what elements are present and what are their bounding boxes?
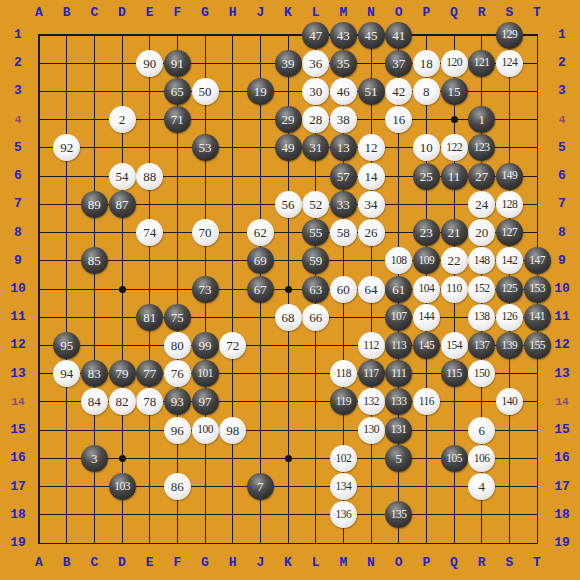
stone-M8-move-58: 58 [330, 219, 357, 246]
stone-G5-move-53: 53 [192, 134, 219, 161]
stone-N12-move-112: 112 [358, 332, 385, 359]
stone-N10-move-64: 64 [358, 276, 385, 303]
stone-P3-move-8: 8 [413, 78, 440, 105]
stone-O2-move-37: 37 [385, 50, 412, 77]
stone-Q5-move-122: 122 [441, 134, 468, 161]
stone-F13-move-76: 76 [164, 360, 191, 387]
col-label-top-S: S [495, 5, 523, 21]
col-label-bottom-G: G [191, 555, 219, 571]
row-label-right-14: 14 [548, 394, 576, 410]
row-label-right-3: 3 [548, 83, 576, 99]
row-label-right-11: 11 [548, 309, 576, 325]
stone-M2-move-35: 35 [330, 50, 357, 77]
stone-G10-move-73: 73 [192, 276, 219, 303]
stone-M10-move-60: 60 [330, 276, 357, 303]
stone-R15-move-6: 6 [468, 417, 495, 444]
stone-Q3-move-15: 15 [441, 78, 468, 105]
stone-N5-move-12: 12 [358, 134, 385, 161]
stone-R16-move-106: 106 [468, 445, 495, 472]
stone-P5-move-10: 10 [413, 134, 440, 161]
star-point-K16 [285, 455, 292, 462]
stone-N7-move-34: 34 [358, 191, 385, 218]
row-label-left-8: 8 [4, 225, 32, 241]
col-label-bottom-S: S [495, 555, 523, 571]
stone-K5-move-49: 49 [275, 134, 302, 161]
stone-F12-move-80: 80 [164, 332, 191, 359]
stone-R11-move-138: 138 [468, 304, 495, 331]
stone-M17-move-134: 134 [330, 473, 357, 500]
col-label-top-H: H [219, 5, 247, 21]
stone-M7-move-33: 33 [330, 191, 357, 218]
col-label-top-O: O [385, 5, 413, 21]
row-label-right-15: 15 [548, 422, 576, 438]
stone-J17-move-7: 7 [247, 473, 274, 500]
stone-N13-move-117: 117 [358, 360, 385, 387]
stone-D6-move-54: 54 [109, 163, 136, 190]
stone-M13-move-118: 118 [330, 360, 357, 387]
col-label-top-J: J [246, 5, 274, 21]
stone-S11-move-126: 126 [496, 304, 523, 331]
stone-G12-move-99: 99 [192, 332, 219, 359]
star-point-K10 [285, 286, 292, 293]
stone-M1-move-43: 43 [330, 22, 357, 49]
stone-J9-move-69: 69 [247, 247, 274, 274]
stone-E6-move-88: 88 [136, 163, 163, 190]
go-board[interactable]: AABBCCDDEEFFGGHHJJKKLLMMNNOOPPQQRRSSTT11… [0, 0, 580, 580]
stone-F14-move-93: 93 [164, 388, 191, 415]
stone-R10-move-152: 152 [468, 276, 495, 303]
row-label-right-1: 1 [548, 27, 576, 43]
go-kifu-diagram: AABBCCDDEEFFGGHHJJKKLLMMNNOOPPQQRRSSTT11… [0, 0, 580, 580]
stone-N8-move-26: 26 [358, 219, 385, 246]
stone-R7-move-24: 24 [468, 191, 495, 218]
col-label-bottom-J: J [246, 555, 274, 571]
stone-O10-move-61: 61 [385, 276, 412, 303]
stone-E11-move-81: 81 [136, 304, 163, 331]
row-label-left-2: 2 [4, 55, 32, 71]
col-label-top-T: T [523, 5, 551, 21]
stone-G3-move-50: 50 [192, 78, 219, 105]
col-label-top-G: G [191, 5, 219, 21]
row-label-left-1: 1 [4, 27, 32, 43]
stone-T9-move-147: 147 [524, 247, 551, 274]
col-label-bottom-E: E [136, 555, 164, 571]
grid-line-h [39, 514, 537, 515]
stone-P8-move-23: 23 [413, 219, 440, 246]
row-label-left-12: 12 [4, 337, 32, 353]
stone-C14-move-84: 84 [81, 388, 108, 415]
stone-Q13-move-115: 115 [441, 360, 468, 387]
stone-O15-move-131: 131 [385, 417, 412, 444]
row-label-left-4: 4 [4, 112, 32, 128]
col-label-top-B: B [53, 5, 81, 21]
stone-D17-move-103: 103 [109, 473, 136, 500]
col-label-bottom-R: R [468, 555, 496, 571]
col-label-bottom-D: D [108, 555, 136, 571]
stone-D7-move-87: 87 [109, 191, 136, 218]
stone-P12-move-145: 145 [413, 332, 440, 359]
stone-N6-move-14: 14 [358, 163, 385, 190]
stone-J3-move-19: 19 [247, 78, 274, 105]
stone-C13-move-83: 83 [81, 360, 108, 387]
col-label-bottom-O: O [385, 555, 413, 571]
stone-G14-move-97: 97 [192, 388, 219, 415]
stone-R2-move-121: 121 [468, 50, 495, 77]
stone-P14-move-116: 116 [413, 388, 440, 415]
col-label-bottom-Q: Q [440, 555, 468, 571]
star-point-D10 [119, 286, 126, 293]
stone-S8-move-127: 127 [496, 219, 523, 246]
stone-Q6-move-11: 11 [441, 163, 468, 190]
stone-E2-move-90: 90 [136, 50, 163, 77]
stone-T12-move-155: 155 [524, 332, 551, 359]
col-label-bottom-C: C [80, 555, 108, 571]
col-label-top-A: A [25, 5, 53, 21]
stone-S10-move-125: 125 [496, 276, 523, 303]
row-label-left-10: 10 [4, 281, 32, 297]
stone-K2-move-39: 39 [275, 50, 302, 77]
stone-O16-move-5: 5 [385, 445, 412, 472]
stone-L10-move-63: 63 [302, 276, 329, 303]
row-label-left-6: 6 [4, 168, 32, 184]
stone-M18-move-136: 136 [330, 501, 357, 528]
row-label-right-12: 12 [548, 337, 576, 353]
row-label-left-5: 5 [4, 140, 32, 156]
row-label-left-11: 11 [4, 309, 32, 325]
stone-N1-move-45: 45 [358, 22, 385, 49]
stone-T10-move-153: 153 [524, 276, 551, 303]
stone-O1-move-41: 41 [385, 22, 412, 49]
stone-H12-move-72: 72 [219, 332, 246, 359]
stone-B12-move-95: 95 [53, 332, 80, 359]
stone-G15-move-100: 100 [192, 417, 219, 444]
star-point-Q4 [451, 116, 458, 123]
row-label-left-9: 9 [4, 253, 32, 269]
stone-N3-move-51: 51 [358, 78, 385, 105]
stone-O12-move-113: 113 [385, 332, 412, 359]
stone-K11-move-68: 68 [275, 304, 302, 331]
stone-P2-move-18: 18 [413, 50, 440, 77]
row-label-right-19: 19 [548, 535, 576, 551]
row-label-right-16: 16 [548, 450, 576, 466]
stone-Q8-move-21: 21 [441, 219, 468, 246]
col-label-top-N: N [357, 5, 385, 21]
row-label-left-17: 17 [4, 479, 32, 495]
stone-O11-move-107: 107 [385, 304, 412, 331]
col-label-top-Q: Q [440, 5, 468, 21]
stone-S12-move-139: 139 [496, 332, 523, 359]
col-label-bottom-N: N [357, 555, 385, 571]
stone-K4-move-29: 29 [275, 106, 302, 133]
col-label-bottom-K: K [274, 555, 302, 571]
row-label-right-7: 7 [548, 196, 576, 212]
stone-S2-move-124: 124 [496, 50, 523, 77]
stone-M16-move-102: 102 [330, 445, 357, 472]
stone-L7-move-52: 52 [302, 191, 329, 218]
col-label-top-D: D [108, 5, 136, 21]
col-label-top-P: P [412, 5, 440, 21]
col-label-bottom-M: M [329, 555, 357, 571]
row-label-right-13: 13 [548, 366, 576, 382]
row-label-right-6: 6 [548, 168, 576, 184]
stone-D4-move-2: 2 [109, 106, 136, 133]
col-label-bottom-F: F [163, 555, 191, 571]
stone-Q12-move-154: 154 [441, 332, 468, 359]
row-label-right-17: 17 [548, 479, 576, 495]
col-label-top-M: M [329, 5, 357, 21]
col-label-bottom-T: T [523, 555, 551, 571]
stone-H15-move-98: 98 [219, 417, 246, 444]
stone-O3-move-42: 42 [385, 78, 412, 105]
col-label-bottom-B: B [53, 555, 81, 571]
stone-P9-move-109: 109 [413, 247, 440, 274]
stone-F2-move-91: 91 [164, 50, 191, 77]
stone-K7-move-56: 56 [275, 191, 302, 218]
row-label-left-14: 14 [4, 394, 32, 410]
col-label-top-C: C [80, 5, 108, 21]
row-label-right-9: 9 [548, 253, 576, 269]
stone-D14-move-82: 82 [109, 388, 136, 415]
row-label-right-10: 10 [548, 281, 576, 297]
stone-P6-move-25: 25 [413, 163, 440, 190]
col-label-top-R: R [468, 5, 496, 21]
stone-G8-move-70: 70 [192, 219, 219, 246]
stone-L2-move-36: 36 [302, 50, 329, 77]
grid-line-h [39, 430, 537, 431]
stone-J8-move-62: 62 [247, 219, 274, 246]
stone-S9-move-142: 142 [496, 247, 523, 274]
stone-S14-move-140: 140 [496, 388, 523, 415]
stone-L11-move-66: 66 [302, 304, 329, 331]
col-label-bottom-H: H [219, 555, 247, 571]
stone-F15-move-96: 96 [164, 417, 191, 444]
star-point-D16 [119, 455, 126, 462]
row-label-left-16: 16 [4, 450, 32, 466]
grid-line-h [39, 543, 537, 544]
stone-S7-move-128: 128 [496, 191, 523, 218]
row-label-right-5: 5 [548, 140, 576, 156]
row-label-right-4: 4 [548, 112, 576, 128]
row-label-right-2: 2 [548, 55, 576, 71]
stone-M6-move-57: 57 [330, 163, 357, 190]
col-label-top-K: K [274, 5, 302, 21]
row-label-left-18: 18 [4, 507, 32, 523]
stone-C7-move-89: 89 [81, 191, 108, 218]
stone-D13-move-79: 79 [109, 360, 136, 387]
stone-Q16-move-105: 105 [441, 445, 468, 472]
col-label-top-L: L [302, 5, 330, 21]
col-label-bottom-L: L [302, 555, 330, 571]
row-label-right-8: 8 [548, 225, 576, 241]
stone-C16-move-3: 3 [81, 445, 108, 472]
row-label-left-15: 15 [4, 422, 32, 438]
col-label-top-E: E [136, 5, 164, 21]
stone-P10-move-104: 104 [413, 276, 440, 303]
row-label-left-3: 3 [4, 83, 32, 99]
stone-Q9-move-22: 22 [441, 247, 468, 274]
stone-M14-move-119: 119 [330, 388, 357, 415]
col-label-top-F: F [163, 5, 191, 21]
stone-F3-move-65: 65 [164, 78, 191, 105]
stone-J10-move-67: 67 [247, 276, 274, 303]
row-label-left-13: 13 [4, 366, 32, 382]
stone-M3-move-46: 46 [330, 78, 357, 105]
stone-N15-move-130: 130 [358, 417, 385, 444]
stone-G13-move-101: 101 [192, 360, 219, 387]
stone-Q2-move-120: 120 [441, 50, 468, 77]
stone-R12-move-137: 137 [468, 332, 495, 359]
row-label-left-7: 7 [4, 196, 32, 212]
stone-R6-move-27: 27 [468, 163, 495, 190]
stone-Q10-move-110: 110 [441, 276, 468, 303]
stone-P11-move-144: 144 [413, 304, 440, 331]
stone-L3-move-30: 30 [302, 78, 329, 105]
stone-T11-move-141: 141 [524, 304, 551, 331]
stone-M4-move-38: 38 [330, 106, 357, 133]
row-label-left-19: 19 [4, 535, 32, 551]
stone-M5-move-13: 13 [330, 134, 357, 161]
col-label-bottom-A: A [25, 555, 53, 571]
row-label-right-18: 18 [548, 507, 576, 523]
stone-S1-move-129: 129 [496, 22, 523, 49]
stone-N14-move-132: 132 [358, 388, 385, 415]
stone-F4-move-71: 71 [164, 106, 191, 133]
stone-F17-move-86: 86 [164, 473, 191, 500]
col-label-bottom-P: P [412, 555, 440, 571]
stone-C9-move-85: 85 [81, 247, 108, 274]
stone-F11-move-75: 75 [164, 304, 191, 331]
stone-S6-move-149: 149 [496, 163, 523, 190]
stone-L1-move-47: 47 [302, 22, 329, 49]
